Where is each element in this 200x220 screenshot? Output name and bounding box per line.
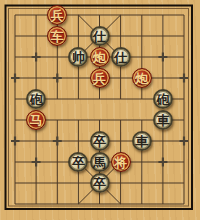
bone-chariot-piece[interactable]: 車 [132, 131, 152, 151]
bone-advisor-piece[interactable]: 仕 [90, 26, 110, 46]
red-soldier-piece[interactable]: 兵 [47, 5, 67, 25]
bone-advisor-piece[interactable]: 仕 [111, 47, 131, 67]
xiangqi-board: 兵车仕帅炮仕兵炮砲砲马車卒車卒馬将卒 [0, 0, 200, 220]
bone-soldier-piece[interactable]: 卒 [68, 152, 88, 172]
bone-general-piece[interactable]: 帅 [68, 47, 88, 67]
bone-soldier-piece[interactable]: 卒 [90, 173, 110, 193]
red-general-piece[interactable]: 将 [111, 152, 131, 172]
bone-chariot-piece[interactable]: 車 [153, 110, 173, 130]
red-chariot-piece[interactable]: 车 [47, 26, 67, 46]
bone-cannon-piece[interactable]: 砲 [153, 89, 173, 109]
bone-cannon-piece[interactable]: 砲 [26, 89, 46, 109]
red-soldier-piece[interactable]: 兵 [90, 68, 110, 88]
bone-soldier-piece[interactable]: 卒 [90, 131, 110, 151]
red-cannon-piece[interactable]: 炮 [132, 68, 152, 88]
red-horse-piece[interactable]: 马 [26, 110, 46, 130]
red-cannon-piece[interactable]: 炮 [90, 47, 110, 67]
bone-horse-piece[interactable]: 馬 [90, 152, 110, 172]
